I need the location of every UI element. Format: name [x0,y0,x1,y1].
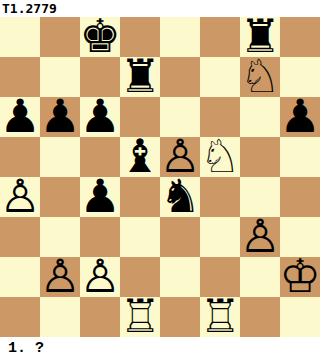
piece-white-pawn[interactable]: ♙ [239,213,280,259]
square-d3[interactable] [120,217,160,257]
square-a3[interactable] [0,217,40,257]
piece-white-pawn[interactable]: ♙ [39,253,80,299]
square-d5[interactable]: ♝ [120,137,160,177]
puzzle-title-text: T1.2779 [2,1,57,16]
square-g7[interactable]: ♘ [240,57,280,97]
square-h2[interactable]: ♔ [280,257,320,297]
piece-black-knight[interactable]: ♞ [159,173,200,219]
square-h8[interactable] [280,17,320,57]
move-prompt-text: 1. ? [8,340,44,357]
square-e4[interactable]: ♞ [160,177,200,217]
square-h6[interactable]: ♟ [280,97,320,137]
piece-white-pawn[interactable]: ♙ [79,253,120,299]
square-a2[interactable] [0,257,40,297]
square-f3[interactable] [200,217,240,257]
square-g2[interactable] [240,257,280,297]
square-g3[interactable]: ♙ [240,217,280,257]
square-f1[interactable]: ♖ [200,297,240,337]
piece-black-pawn[interactable]: ♟ [79,93,120,139]
square-g1[interactable] [240,297,280,337]
square-c2[interactable]: ♙ [80,257,120,297]
square-e2[interactable] [160,257,200,297]
piece-black-pawn[interactable]: ♟ [79,173,120,219]
piece-black-pawn[interactable]: ♟ [279,93,320,139]
square-d1[interactable]: ♖ [120,297,160,337]
piece-black-king[interactable]: ♚ [79,13,120,59]
square-f5[interactable]: ♘ [200,137,240,177]
square-b8[interactable] [40,17,80,57]
square-b2[interactable]: ♙ [40,257,80,297]
square-g5[interactable] [240,137,280,177]
chess-board: ♚♜♜♘♟♟♟♟♝♙♘♙♟♞♙♙♙♔♖♖ [0,17,320,337]
square-h1[interactable] [280,297,320,337]
piece-black-pawn[interactable]: ♟ [0,93,41,139]
square-f4[interactable] [200,177,240,217]
square-a8[interactable] [0,17,40,57]
piece-white-knight[interactable]: ♘ [199,133,240,179]
square-d4[interactable] [120,177,160,217]
piece-white-rook[interactable]: ♖ [199,293,240,339]
square-f8[interactable] [200,17,240,57]
piece-black-pawn[interactable]: ♟ [39,93,80,139]
square-h4[interactable] [280,177,320,217]
square-a6[interactable]: ♟ [0,97,40,137]
square-b5[interactable] [40,137,80,177]
piece-white-rook[interactable]: ♖ [119,293,160,339]
square-h5[interactable] [280,137,320,177]
square-c4[interactable]: ♟ [80,177,120,217]
piece-white-knight[interactable]: ♘ [239,53,280,99]
square-b4[interactable] [40,177,80,217]
square-f7[interactable] [200,57,240,97]
square-c8[interactable]: ♚ [80,17,120,57]
piece-white-pawn[interactable]: ♙ [0,173,41,219]
square-b1[interactable] [40,297,80,337]
piece-white-king[interactable]: ♔ [279,253,320,299]
chess-diagram: T1.2779 ♚♜♜♘♟♟♟♟♝♙♘♙♟♞♙♙♙♔♖♖ 1. ? [0,0,320,360]
square-e7[interactable] [160,57,200,97]
piece-black-bishop[interactable]: ♝ [119,133,160,179]
square-c6[interactable]: ♟ [80,97,120,137]
piece-black-rook[interactable]: ♜ [119,53,160,99]
square-a1[interactable] [0,297,40,337]
square-b6[interactable]: ♟ [40,97,80,137]
square-d7[interactable]: ♜ [120,57,160,97]
square-e3[interactable] [160,217,200,257]
square-a4[interactable]: ♙ [0,177,40,217]
square-c1[interactable] [80,297,120,337]
square-e8[interactable] [160,17,200,57]
square-e1[interactable] [160,297,200,337]
square-g6[interactable] [240,97,280,137]
